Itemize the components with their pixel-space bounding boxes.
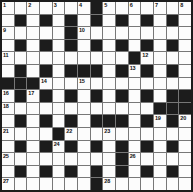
cell-r13c1[interactable]: 25	[2, 153, 14, 165]
clue-number-13: 13	[130, 65, 136, 71]
cell-r1c1[interactable]: 1	[2, 2, 14, 14]
cell-r6c5[interactable]	[53, 65, 65, 77]
cell-r1c7[interactable]: 4	[78, 2, 90, 14]
cell-r7c11[interactable]	[129, 78, 141, 90]
cell-r6c3[interactable]	[27, 65, 39, 77]
clue-number-18: 18	[3, 103, 9, 109]
black-cell-r8c6	[65, 90, 77, 102]
cell-r5c15[interactable]	[179, 52, 191, 64]
black-cell-r2c8	[91, 15, 103, 27]
clue-number-26: 26	[130, 153, 136, 159]
cell-r11c9[interactable]: 23	[103, 128, 115, 140]
black-cell-r10c2	[15, 115, 27, 127]
black-cell-r12c6	[65, 141, 77, 153]
cell-r13c9[interactable]	[103, 153, 115, 165]
clue-number-1: 1	[3, 2, 6, 8]
cell-r15c1[interactable]: 27	[2, 178, 14, 190]
cell-r15c2[interactable]	[15, 178, 27, 190]
cell-r4c9[interactable]	[103, 40, 115, 52]
cell-r5c1[interactable]: 11	[2, 52, 14, 64]
cell-r9c7[interactable]	[78, 103, 90, 115]
cell-r11c8[interactable]	[91, 128, 103, 140]
cell-r13c15[interactable]	[179, 153, 191, 165]
clue-number-5: 5	[104, 2, 107, 8]
cell-r3c3[interactable]	[27, 27, 39, 39]
cell-r11c6[interactable]: 22	[65, 128, 77, 140]
cell-r7c15[interactable]	[179, 78, 191, 90]
cell-r12c1[interactable]	[2, 141, 14, 153]
black-cell-r2c12	[141, 15, 153, 27]
black-cell-r6c14	[167, 65, 179, 77]
cell-r12c9[interactable]	[103, 141, 115, 153]
cell-r5c10[interactable]	[116, 52, 128, 64]
clue-number-6: 6	[130, 2, 133, 8]
cell-r11c15[interactable]	[179, 128, 191, 140]
cell-r15c12[interactable]	[141, 178, 153, 190]
cell-r5c5[interactable]	[53, 52, 65, 64]
cell-r13c3[interactable]	[27, 153, 39, 165]
cell-r13c4[interactable]	[40, 153, 52, 165]
cell-r15c4[interactable]	[40, 178, 52, 190]
cell-r14c3[interactable]	[27, 166, 39, 178]
cell-r5c3[interactable]	[27, 52, 39, 64]
cell-r1c15[interactable]: 8	[179, 2, 191, 14]
cell-r1c11[interactable]: 6	[129, 2, 141, 14]
clue-number-16: 16	[3, 90, 9, 96]
cell-r3c7[interactable]: 10	[78, 27, 90, 39]
black-cell-r9c14	[167, 103, 179, 115]
black-cell-r9c15	[179, 103, 191, 115]
black-cell-r12c10	[116, 141, 128, 153]
cell-r4c3[interactable]	[27, 40, 39, 52]
cell-r15c9[interactable]: 28	[103, 178, 115, 190]
cell-r15c3[interactable]	[27, 178, 39, 190]
clue-number-4: 4	[79, 2, 82, 8]
cell-r13c7[interactable]	[78, 153, 90, 165]
cell-r6c15[interactable]	[179, 65, 191, 77]
clue-number-9: 9	[3, 27, 6, 33]
cell-r4c7[interactable]	[78, 40, 90, 52]
cell-r11c12[interactable]	[141, 128, 153, 140]
cell-r3c9[interactable]	[103, 27, 115, 39]
cell-r2c7[interactable]	[78, 15, 90, 27]
black-cell-r14c4	[40, 166, 52, 178]
black-cell-r7c1	[2, 78, 14, 90]
cell-r9c8[interactable]	[91, 103, 103, 115]
black-cell-r8c14	[167, 90, 179, 102]
clue-number-8: 8	[180, 2, 183, 8]
cell-r3c13[interactable]	[154, 27, 166, 39]
black-cell-r14c12	[141, 166, 153, 178]
black-cell-r3c6	[65, 27, 77, 39]
cell-r3c14[interactable]	[167, 27, 179, 39]
cell-r14c11[interactable]	[129, 166, 141, 178]
cell-r3c5[interactable]	[53, 27, 65, 39]
cell-r3c4[interactable]	[40, 27, 52, 39]
cell-r1c2[interactable]	[15, 2, 27, 14]
black-cell-r4c2	[15, 40, 27, 52]
cell-r2c11[interactable]	[129, 15, 141, 27]
cell-r3c8[interactable]	[91, 27, 103, 39]
cell-r9c12[interactable]	[141, 103, 153, 115]
cell-r10c3[interactable]	[27, 115, 39, 127]
cell-r4c5[interactable]	[53, 40, 65, 52]
clue-number-20: 20	[180, 115, 186, 121]
black-cell-r2c10	[116, 15, 128, 27]
cell-r9c1[interactable]: 18	[2, 103, 14, 115]
cell-r10c13[interactable]: 19	[154, 115, 166, 127]
cell-r2c1[interactable]	[2, 15, 14, 27]
cell-r13c12[interactable]	[141, 153, 153, 165]
cell-r9c10[interactable]	[116, 103, 128, 115]
black-cell-r4c6	[65, 40, 77, 52]
cell-r1c14[interactable]	[167, 2, 179, 14]
cell-r10c5[interactable]	[53, 115, 65, 127]
cell-r13c13[interactable]	[154, 153, 166, 165]
cell-r2c15[interactable]	[179, 15, 191, 27]
black-cell-r10c14	[167, 115, 179, 127]
cell-r7c5[interactable]	[53, 78, 65, 90]
cell-r7c10[interactable]	[116, 78, 128, 90]
cell-r15c15[interactable]	[179, 178, 191, 190]
cell-r11c11[interactable]	[129, 128, 141, 140]
black-cell-r14c14	[167, 166, 179, 178]
black-cell-r2c6	[65, 15, 77, 27]
black-cell-r2c2	[15, 15, 27, 27]
black-cell-r8c15	[179, 90, 191, 102]
cell-r14c13[interactable]	[154, 166, 166, 178]
cell-r14c7[interactable]	[78, 166, 90, 178]
cell-r15c10[interactable]	[116, 178, 128, 190]
cell-r12c11[interactable]	[129, 141, 141, 153]
cell-r5c13[interactable]	[154, 52, 166, 64]
cell-r13c6[interactable]	[65, 153, 77, 165]
black-cell-r8c8	[91, 90, 103, 102]
cell-r12c5[interactable]: 24	[53, 141, 65, 153]
black-cell-r10c10	[116, 115, 128, 127]
cell-r10c15[interactable]: 20	[179, 115, 191, 127]
clue-number-21: 21	[3, 128, 9, 134]
cell-r11c13[interactable]	[154, 128, 166, 140]
black-cell-r8c10	[116, 90, 128, 102]
black-cell-r6c4	[40, 65, 52, 77]
black-cell-r7c2	[15, 78, 27, 90]
cell-r9c6[interactable]	[65, 103, 77, 115]
cell-r3c11[interactable]	[129, 27, 141, 39]
cell-r1c9[interactable]: 5	[103, 2, 115, 14]
clue-number-12: 12	[142, 52, 148, 58]
black-cell-r1c8	[91, 2, 103, 14]
cell-r4c1[interactable]	[2, 40, 14, 52]
black-cell-r14c6	[65, 166, 77, 178]
black-cell-r4c8	[91, 40, 103, 52]
cell-r11c7[interactable]	[78, 128, 90, 140]
black-cell-r4c14	[167, 40, 179, 52]
black-cell-r8c4	[40, 90, 52, 102]
clue-number-14: 14	[41, 78, 47, 84]
cell-r3c2[interactable]	[15, 27, 27, 39]
clue-number-19: 19	[155, 115, 161, 121]
cell-r4c15[interactable]	[179, 40, 191, 52]
crossword-puzzle: 1234567891011121314151617181920212223242…	[0, 0, 193, 192]
cell-r8c5[interactable]	[53, 90, 65, 102]
cell-r10c11[interactable]	[129, 115, 141, 127]
cell-r13c5[interactable]	[53, 153, 65, 165]
cell-r12c7[interactable]	[78, 141, 90, 153]
black-cell-r5c11	[129, 52, 141, 64]
cell-r13c11[interactable]: 26	[129, 153, 141, 165]
cell-r15c14[interactable]	[167, 178, 179, 190]
cell-r15c13[interactable]	[154, 178, 166, 190]
black-cell-r12c14	[167, 141, 179, 153]
cell-r6c11[interactable]: 13	[129, 65, 141, 77]
cell-r7c4[interactable]: 14	[40, 78, 52, 90]
black-cell-r15c8	[91, 178, 103, 190]
cell-r13c14[interactable]	[167, 153, 179, 165]
cell-r5c12[interactable]: 12	[141, 52, 153, 64]
black-cell-r14c10	[116, 166, 128, 178]
black-cell-r10c4	[40, 115, 52, 127]
cell-r7c6[interactable]	[65, 78, 77, 90]
black-cell-r14c8	[91, 166, 103, 178]
cell-r9c5[interactable]	[53, 103, 65, 115]
cell-r1c13[interactable]: 7	[154, 2, 166, 14]
cell-r7c8[interactable]	[91, 78, 103, 90]
cell-r9c3[interactable]	[27, 103, 39, 115]
clue-number-23: 23	[104, 128, 110, 134]
cell-r11c2[interactable]	[15, 128, 27, 140]
cell-r7c9[interactable]	[103, 78, 115, 90]
cell-r4c11[interactable]	[129, 40, 141, 52]
cell-r1c5[interactable]: 3	[53, 2, 65, 14]
black-cell-r7c3	[27, 78, 39, 90]
cell-r5c7[interactable]	[78, 52, 90, 64]
black-cell-r6c6	[65, 65, 77, 77]
cell-r7c7[interactable]: 15	[78, 78, 90, 90]
cell-r8c3[interactable]: 17	[27, 90, 39, 102]
black-cell-r14c2	[15, 166, 27, 178]
cell-r12c15[interactable]	[179, 141, 191, 153]
cell-r11c10[interactable]	[116, 128, 128, 140]
cell-r9c4[interactable]	[40, 103, 52, 115]
cell-r8c13[interactable]	[154, 90, 166, 102]
cell-r7c12[interactable]	[141, 78, 153, 90]
cell-r12c3[interactable]	[27, 141, 39, 153]
black-cell-r11c5	[53, 128, 65, 140]
black-cell-r9c13	[154, 103, 166, 115]
black-cell-r4c10	[116, 40, 128, 52]
cell-r14c9[interactable]	[103, 166, 115, 178]
cell-r6c9[interactable]	[103, 65, 115, 77]
cell-r15c7[interactable]	[78, 178, 90, 190]
black-cell-r10c8	[91, 115, 103, 127]
black-cell-r2c14	[167, 15, 179, 27]
crossword-grid: 1234567891011121314151617181920212223242…	[0, 0, 193, 192]
cell-r13c8[interactable]	[91, 153, 103, 165]
cell-r1c3[interactable]: 2	[27, 2, 39, 14]
cell-r7c14[interactable]	[167, 78, 179, 90]
clue-number-11: 11	[3, 52, 8, 58]
black-cell-r10c9	[103, 115, 115, 127]
black-cell-r12c2	[15, 141, 27, 153]
cell-r5c6[interactable]	[65, 52, 77, 64]
cell-r15c11[interactable]	[129, 178, 141, 190]
black-cell-r12c12	[141, 141, 153, 153]
black-cell-r6c12	[141, 65, 153, 77]
black-cell-r12c4	[40, 141, 52, 153]
clue-number-24: 24	[54, 141, 60, 147]
cell-r14c1[interactable]	[2, 166, 14, 178]
cell-r11c14[interactable]	[167, 128, 179, 140]
black-cell-r13c10	[116, 153, 128, 165]
cell-r5c8[interactable]	[91, 52, 103, 64]
cell-r9c9[interactable]	[103, 103, 115, 115]
black-cell-r6c8	[91, 65, 103, 77]
cell-r1c12[interactable]	[141, 2, 153, 14]
cell-r8c7[interactable]	[78, 90, 90, 102]
black-cell-r6c10	[116, 65, 128, 77]
cell-r7c13[interactable]	[154, 78, 166, 90]
black-cell-r8c12	[141, 90, 153, 102]
black-cell-r12c8	[91, 141, 103, 153]
cell-r1c4[interactable]	[40, 2, 52, 14]
clue-number-3: 3	[54, 2, 57, 8]
cell-r10c1[interactable]	[2, 115, 14, 127]
cell-r5c2[interactable]	[15, 52, 27, 64]
black-cell-r4c4	[40, 40, 52, 52]
black-cell-r10c12	[141, 115, 153, 127]
cell-r8c9[interactable]	[103, 90, 115, 102]
clue-number-28: 28	[104, 178, 110, 184]
cell-r15c5[interactable]	[53, 178, 65, 190]
cell-r3c12[interactable]	[141, 27, 153, 39]
cell-r14c15[interactable]	[179, 166, 191, 178]
black-cell-r6c2	[15, 65, 27, 77]
cell-r13c2[interactable]	[15, 153, 27, 165]
black-cell-r2c4	[40, 15, 52, 27]
cell-r5c4[interactable]	[40, 52, 52, 64]
cell-r11c4[interactable]	[40, 128, 52, 140]
clue-number-10: 10	[79, 27, 85, 33]
cell-r3c10[interactable]	[116, 27, 128, 39]
cell-r12c13[interactable]	[154, 141, 166, 153]
cell-r8c11[interactable]	[129, 90, 141, 102]
cell-r3c15[interactable]	[179, 27, 191, 39]
cell-r1c10[interactable]	[116, 2, 128, 14]
cell-r11c3[interactable]	[27, 128, 39, 140]
cell-r2c13[interactable]	[154, 15, 166, 27]
cell-r6c13[interactable]	[154, 65, 166, 77]
clue-number-17: 17	[28, 90, 34, 96]
clue-number-27: 27	[3, 178, 9, 184]
cell-r9c11[interactable]	[129, 103, 141, 115]
cell-r15c6[interactable]	[65, 178, 77, 190]
cell-r9c2[interactable]	[15, 103, 27, 115]
cell-r2c3[interactable]	[27, 15, 39, 27]
clue-number-2: 2	[28, 2, 31, 8]
cell-r14c5[interactable]	[53, 166, 65, 178]
black-cell-r6c7	[78, 65, 90, 77]
cell-r11c1[interactable]: 21	[2, 128, 14, 140]
cell-r5c9[interactable]	[103, 52, 115, 64]
cell-r4c13[interactable]	[154, 40, 166, 52]
black-cell-r10c6	[65, 115, 77, 127]
cell-r3c1[interactable]: 9	[2, 27, 14, 39]
clue-number-22: 22	[66, 128, 72, 134]
cell-r5c14[interactable]	[167, 52, 179, 64]
cell-r10c7[interactable]	[78, 115, 90, 127]
black-cell-r8c2	[15, 90, 27, 102]
clue-number-15: 15	[79, 78, 85, 84]
cell-r6c1[interactable]	[2, 65, 14, 77]
cell-r8c1[interactable]: 16	[2, 90, 14, 102]
clue-number-7: 7	[155, 2, 158, 8]
cell-r1c6[interactable]	[65, 2, 77, 14]
black-cell-r4c12	[141, 40, 153, 52]
cell-r2c5[interactable]	[53, 15, 65, 27]
clue-number-25: 25	[3, 153, 9, 159]
cell-r2c9[interactable]	[103, 15, 115, 27]
